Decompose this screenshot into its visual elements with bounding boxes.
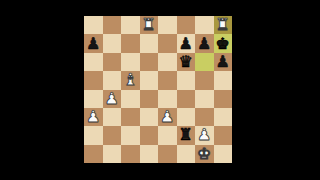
black-queen: ♛ — [179, 53, 193, 69]
square-h4[interactable] — [214, 90, 233, 108]
square-g6[interactable] — [195, 53, 214, 71]
square-b3[interactable] — [103, 108, 122, 126]
square-g7[interactable]: ♟ — [195, 34, 214, 52]
white-pawn: ♟ — [86, 109, 100, 125]
square-d8[interactable]: ♜ — [140, 16, 159, 34]
black-pawn: ♟ — [86, 35, 100, 51]
square-b1[interactable] — [103, 145, 122, 163]
square-c2[interactable] — [121, 126, 140, 144]
square-h1[interactable] — [214, 145, 233, 163]
square-c1[interactable] — [121, 145, 140, 163]
square-e6[interactable] — [158, 53, 177, 71]
square-c7[interactable] — [121, 34, 140, 52]
square-b4[interactable]: ♟ — [103, 90, 122, 108]
square-f7[interactable]: ♟ — [177, 34, 196, 52]
square-g3[interactable] — [195, 108, 214, 126]
square-c4[interactable] — [121, 90, 140, 108]
square-b5[interactable] — [103, 71, 122, 89]
square-d6[interactable] — [140, 53, 159, 71]
square-e7[interactable] — [158, 34, 177, 52]
square-e1[interactable] — [158, 145, 177, 163]
white-rook: ♜ — [142, 17, 156, 33]
black-pawn: ♟ — [216, 53, 230, 69]
square-c3[interactable] — [121, 108, 140, 126]
square-c5[interactable]: ♝ — [121, 71, 140, 89]
square-f1[interactable] — [177, 145, 196, 163]
square-h7[interactable]: ♚ — [214, 34, 233, 52]
square-e8[interactable] — [158, 16, 177, 34]
square-a4[interactable] — [84, 90, 103, 108]
square-d2[interactable] — [140, 126, 159, 144]
square-b7[interactable] — [103, 34, 122, 52]
square-h2[interactable] — [214, 126, 233, 144]
black-king: ♚ — [216, 35, 230, 51]
square-g2[interactable]: ♟ — [195, 126, 214, 144]
black-pawn: ♟ — [179, 35, 193, 51]
square-d3[interactable] — [140, 108, 159, 126]
square-e3[interactable]: ♟ — [158, 108, 177, 126]
square-c6[interactable] — [121, 53, 140, 71]
square-e5[interactable] — [158, 71, 177, 89]
square-f5[interactable] — [177, 71, 196, 89]
square-d1[interactable] — [140, 145, 159, 163]
square-a5[interactable] — [84, 71, 103, 89]
square-d4[interactable] — [140, 90, 159, 108]
square-h6[interactable]: ♟ — [214, 53, 233, 71]
square-d7[interactable] — [140, 34, 159, 52]
square-g4[interactable] — [195, 90, 214, 108]
square-a2[interactable] — [84, 126, 103, 144]
square-h3[interactable] — [214, 108, 233, 126]
square-b6[interactable] — [103, 53, 122, 71]
square-a1[interactable] — [84, 145, 103, 163]
square-a7[interactable]: ♟ — [84, 34, 103, 52]
white-pawn: ♟ — [105, 90, 119, 106]
square-b8[interactable] — [103, 16, 122, 34]
square-f2[interactable]: ♜ — [177, 126, 196, 144]
square-b2[interactable] — [103, 126, 122, 144]
square-f8[interactable] — [177, 16, 196, 34]
page-background: ♜♜♟♟♟♚♛♟♝♟♟♟♜♟♚ — [0, 0, 320, 180]
white-rook: ♜ — [216, 17, 230, 33]
square-f6[interactable]: ♛ — [177, 53, 196, 71]
square-f4[interactable] — [177, 90, 196, 108]
black-rook: ♜ — [179, 127, 193, 143]
black-pawn: ♟ — [197, 35, 211, 51]
square-g8[interactable] — [195, 16, 214, 34]
white-king: ♚ — [197, 145, 211, 161]
square-a8[interactable] — [84, 16, 103, 34]
square-g1[interactable]: ♚ — [195, 145, 214, 163]
square-a3[interactable]: ♟ — [84, 108, 103, 126]
square-h8[interactable]: ♜ — [214, 16, 233, 34]
square-d5[interactable] — [140, 71, 159, 89]
square-g5[interactable] — [195, 71, 214, 89]
square-f3[interactable] — [177, 108, 196, 126]
white-pawn: ♟ — [197, 127, 211, 143]
square-e4[interactable] — [158, 90, 177, 108]
square-h5[interactable] — [214, 71, 233, 89]
square-c8[interactable] — [121, 16, 140, 34]
square-e2[interactable] — [158, 126, 177, 144]
chess-board: ♜♜♟♟♟♚♛♟♝♟♟♟♜♟♚ — [84, 16, 232, 163]
white-pawn: ♟ — [160, 109, 174, 125]
square-a6[interactable] — [84, 53, 103, 71]
white-bishop: ♝ — [123, 72, 137, 88]
